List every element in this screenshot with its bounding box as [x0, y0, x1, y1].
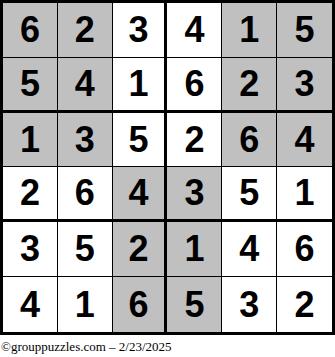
cell-r3c2[interactable]: 3: [58, 113, 113, 168]
cell-r6c3[interactable]: 6: [113, 277, 168, 332]
cell-r6c1[interactable]: 4: [3, 277, 58, 332]
cell-r3c4[interactable]: 2: [167, 113, 222, 168]
cell-r4c3[interactable]: 4: [113, 167, 168, 222]
cell-r2c1[interactable]: 5: [3, 58, 58, 113]
cell-r4c4[interactable]: 3: [167, 167, 222, 222]
sudoku-board: 623415541623135264264351352146416532: [0, 0, 335, 335]
cell-r3c5[interactable]: 6: [222, 113, 277, 168]
cell-r4c6[interactable]: 1: [277, 167, 332, 222]
cell-r3c1[interactable]: 1: [3, 113, 58, 168]
cell-r5c1[interactable]: 3: [3, 222, 58, 277]
cell-r1c4[interactable]: 4: [167, 3, 222, 58]
cell-r6c6[interactable]: 2: [277, 277, 332, 332]
cell-r1c2[interactable]: 2: [58, 3, 113, 58]
sudoku-page: 623415541623135264264351352146416532 ©gr…: [0, 0, 335, 357]
cell-r3c3[interactable]: 5: [113, 113, 168, 168]
cell-r6c2[interactable]: 1: [58, 277, 113, 332]
cell-r4c5[interactable]: 5: [222, 167, 277, 222]
cell-r2c6[interactable]: 3: [277, 58, 332, 113]
cell-r1c1[interactable]: 6: [3, 3, 58, 58]
cell-r4c1[interactable]: 2: [3, 167, 58, 222]
cell-r2c3[interactable]: 1: [113, 58, 168, 113]
cell-r5c5[interactable]: 4: [222, 222, 277, 277]
cell-r6c5[interactable]: 3: [222, 277, 277, 332]
cell-r1c5[interactable]: 1: [222, 3, 277, 58]
cell-r2c4[interactable]: 6: [167, 58, 222, 113]
cell-r2c5[interactable]: 2: [222, 58, 277, 113]
cell-r5c2[interactable]: 5: [58, 222, 113, 277]
cell-r1c3[interactable]: 3: [113, 3, 168, 58]
cell-r1c6[interactable]: 5: [277, 3, 332, 58]
cell-r5c4[interactable]: 1: [167, 222, 222, 277]
cell-r4c2[interactable]: 6: [58, 167, 113, 222]
copyright-footer: ©grouppuzzles.com – 2/23/2025: [1, 339, 172, 355]
cell-r5c3[interactable]: 2: [113, 222, 168, 277]
cell-r2c2[interactable]: 4: [58, 58, 113, 113]
cell-r6c4[interactable]: 5: [167, 277, 222, 332]
cell-r3c6[interactable]: 4: [277, 113, 332, 168]
cell-r5c6[interactable]: 6: [277, 222, 332, 277]
